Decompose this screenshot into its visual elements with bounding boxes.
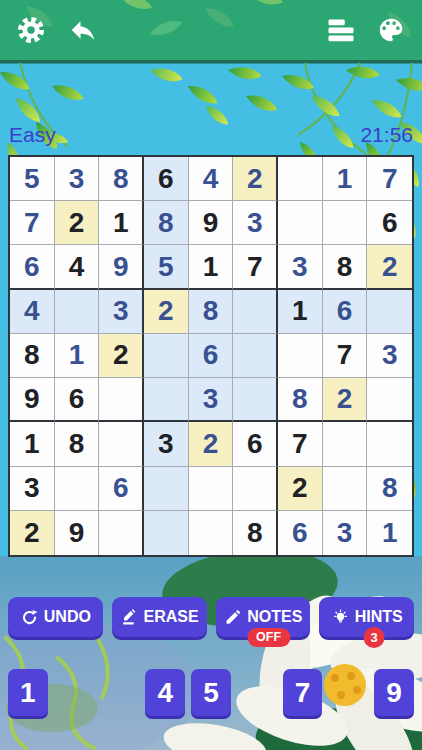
cell-r5c2[interactable]: 1: [55, 334, 100, 378]
cell-r4c2[interactable]: [55, 290, 100, 334]
app-screen: Easy 21:56 53864217721893664951738243281…: [0, 0, 422, 750]
cell-r4c4[interactable]: 2: [144, 290, 189, 334]
cell-r3c9[interactable]: 2: [367, 245, 412, 289]
cell-r5c5[interactable]: 6: [189, 334, 234, 378]
cell-r3c5[interactable]: 1: [189, 245, 234, 289]
sudoku-board: 5386421772189366495173824328168126739638…: [8, 155, 414, 557]
cell-r9c2[interactable]: 9: [55, 511, 100, 555]
pencil-with-line-icon: [120, 608, 139, 627]
cell-r7c3[interactable]: [99, 422, 144, 466]
cell-r8c5[interactable]: [189, 467, 234, 511]
cell-r1c8[interactable]: 1: [323, 157, 368, 201]
cell-r6c6[interactable]: [233, 378, 278, 422]
cell-r6c2[interactable]: 6: [55, 378, 100, 422]
cell-r7c1[interactable]: 1: [10, 422, 55, 466]
difficulty-label: Easy: [9, 123, 56, 147]
settings-gear-icon[interactable]: [16, 15, 46, 45]
cell-r1c1[interactable]: 5: [10, 157, 55, 201]
theme-palette-icon[interactable]: [376, 15, 406, 45]
cell-r6c7[interactable]: 8: [278, 378, 323, 422]
erase-label: ERASE: [144, 608, 199, 626]
cell-r6c5[interactable]: 3: [189, 378, 234, 422]
cell-r5c7[interactable]: [278, 334, 323, 378]
cell-r9c9[interactable]: 1: [367, 511, 412, 555]
cell-r1c7[interactable]: [278, 157, 323, 201]
cell-r9c6[interactable]: 8: [233, 511, 278, 555]
cell-r2c1[interactable]: 7: [10, 201, 55, 245]
cell-r8c1[interactable]: 3: [10, 467, 55, 511]
circular-arrow-icon: [20, 608, 39, 627]
cell-r6c1[interactable]: 9: [10, 378, 55, 422]
pencil-icon: [223, 608, 242, 627]
cell-r1c2[interactable]: 3: [55, 157, 100, 201]
cell-r1c6[interactable]: 2: [233, 157, 278, 201]
cell-r2c5[interactable]: 9: [189, 201, 234, 245]
top-bar: [0, 0, 422, 60]
cell-r8c2[interactable]: [55, 467, 100, 511]
number-pad: 14579: [8, 669, 414, 716]
stats-menu-icon[interactable]: [326, 15, 356, 45]
cell-r4c8[interactable]: 6: [323, 290, 368, 334]
cell-r3c1[interactable]: 6: [10, 245, 55, 289]
cell-r3c2[interactable]: 4: [55, 245, 100, 289]
cell-r7c6[interactable]: 6: [233, 422, 278, 466]
cell-r8c9[interactable]: 8: [367, 467, 412, 511]
undo-button[interactable]: UNDO: [8, 597, 103, 637]
cell-r1c9[interactable]: 7: [367, 157, 412, 201]
cell-r2c3[interactable]: 1: [99, 201, 144, 245]
cell-r9c4[interactable]: [144, 511, 189, 555]
erase-button[interactable]: ERASE: [112, 597, 207, 637]
cell-r9c7[interactable]: 6: [278, 511, 323, 555]
numpad-button-1[interactable]: 1: [8, 669, 48, 716]
cell-r1c5[interactable]: 4: [189, 157, 234, 201]
notes-button[interactable]: NOTES OFF: [216, 597, 311, 637]
cell-r3c8[interactable]: 8: [323, 245, 368, 289]
cell-r9c8[interactable]: 3: [323, 511, 368, 555]
notes-label: NOTES: [247, 608, 302, 626]
cell-r2c9[interactable]: 6: [367, 201, 412, 245]
numpad-button-5[interactable]: 5: [191, 669, 231, 716]
cell-r6c8[interactable]: 2: [323, 378, 368, 422]
cell-r3c4[interactable]: 5: [144, 245, 189, 289]
cell-r8c3[interactable]: 6: [99, 467, 144, 511]
hints-count-badge: 3: [364, 627, 385, 648]
cell-r5c3[interactable]: 2: [99, 334, 144, 378]
cell-r9c3[interactable]: [99, 511, 144, 555]
cell-r3c3[interactable]: 9: [99, 245, 144, 289]
cell-r7c4[interactable]: 3: [144, 422, 189, 466]
cell-r7c2[interactable]: 8: [55, 422, 100, 466]
status-row: Easy 21:56: [9, 123, 413, 147]
cell-r3c7[interactable]: 3: [278, 245, 323, 289]
cell-r8c4[interactable]: [144, 467, 189, 511]
cell-r4c9[interactable]: [367, 290, 412, 334]
cell-r7c9[interactable]: [367, 422, 412, 466]
cell-r1c4[interactable]: 6: [144, 157, 189, 201]
undo-label: UNDO: [44, 608, 91, 626]
cell-r5c9[interactable]: 3: [367, 334, 412, 378]
numpad-button-9[interactable]: 9: [374, 669, 414, 716]
numpad-button-4[interactable]: 4: [145, 669, 185, 716]
cell-r1c3[interactable]: 8: [99, 157, 144, 201]
cell-r6c3[interactable]: [99, 378, 144, 422]
cell-r5c8[interactable]: 7: [323, 334, 368, 378]
cell-r5c1[interactable]: 8: [10, 334, 55, 378]
cell-r2c7[interactable]: [278, 201, 323, 245]
cell-r9c5[interactable]: [189, 511, 234, 555]
cell-r7c7[interactable]: 7: [278, 422, 323, 466]
back-undo-icon[interactable]: [68, 15, 98, 45]
cell-r4c1[interactable]: 4: [10, 290, 55, 334]
cell-r6c9[interactable]: [367, 378, 412, 422]
cell-r2c4[interactable]: 8: [144, 201, 189, 245]
cell-r4c5[interactable]: 8: [189, 290, 234, 334]
cell-r9c1[interactable]: 2: [10, 511, 55, 555]
cell-r2c2[interactable]: 2: [55, 201, 100, 245]
timer: 21:56: [360, 123, 413, 147]
cell-r2c6[interactable]: 3: [233, 201, 278, 245]
cell-r5c6[interactable]: [233, 334, 278, 378]
cell-r2c8[interactable]: [323, 201, 368, 245]
toolbar: UNDO ERASE NOTES OFF: [8, 597, 414, 637]
cell-r8c6[interactable]: [233, 467, 278, 511]
cell-r8c8[interactable]: [323, 467, 368, 511]
cell-r4c7[interactable]: 1: [278, 290, 323, 334]
cell-r4c3[interactable]: 3: [99, 290, 144, 334]
cell-r4c6[interactable]: [233, 290, 278, 334]
cell-r5c4[interactable]: [144, 334, 189, 378]
cell-r7c5[interactable]: 2: [189, 422, 234, 466]
cell-r3c6[interactable]: 7: [233, 245, 278, 289]
cell-r7c8[interactable]: [323, 422, 368, 466]
hints-button[interactable]: HINTS 3: [319, 597, 414, 637]
numpad-button-7[interactable]: 7: [283, 669, 323, 716]
cell-r8c7[interactable]: 2: [278, 467, 323, 511]
lightbulb-icon: [331, 608, 350, 627]
hints-label: HINTS: [355, 608, 403, 626]
notes-off-badge: OFF: [247, 628, 290, 647]
cell-r6c4[interactable]: [144, 378, 189, 422]
